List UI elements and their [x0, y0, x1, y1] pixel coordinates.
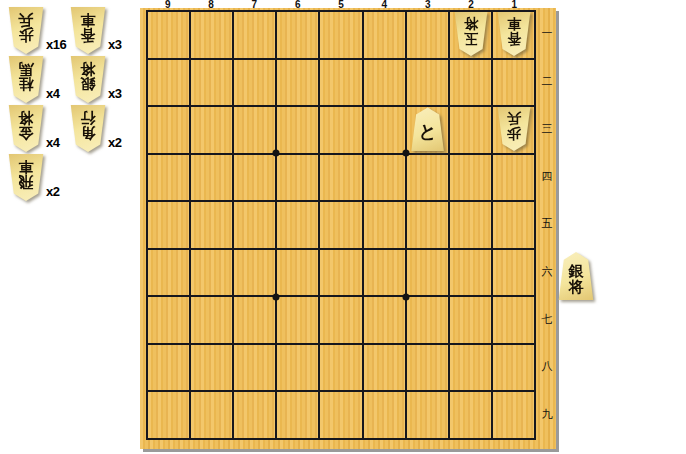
board-cell[interactable]	[407, 202, 448, 248]
hand-count-gold: x4	[46, 135, 59, 150]
captured-pieces-panel: 歩 兵x16香 車x3桂 馬x4銀 将x3金 将x4角 行x2飛 車x2	[8, 5, 140, 201]
board-cell[interactable]	[407, 107, 448, 153]
board-cell[interactable]	[148, 297, 189, 343]
board-cell[interactable]	[191, 12, 232, 58]
board-cell[interactable]	[234, 392, 275, 438]
board-cell[interactable]	[364, 60, 405, 106]
hand-entry-pawn[interactable]: 歩 兵x16	[8, 5, 70, 54]
piece-kanji: 銀 将	[569, 263, 584, 295]
board-cell[interactable]	[450, 202, 491, 248]
board-cell[interactable]	[191, 60, 232, 106]
board-cell[interactable]	[493, 12, 534, 58]
board-cell[interactable]	[148, 107, 189, 153]
board-cell[interactable]	[148, 202, 189, 248]
board-cell[interactable]	[234, 155, 275, 201]
board-cell[interactable]	[320, 202, 361, 248]
board-cell[interactable]	[191, 107, 232, 153]
board-cell[interactable]	[407, 60, 448, 106]
board-cell[interactable]	[450, 60, 491, 106]
piece-kanji: 銀 将	[81, 62, 96, 92]
board-cell[interactable]	[234, 60, 275, 106]
hand-entry-knight[interactable]: 桂 馬x4	[8, 54, 70, 103]
board-cell[interactable]	[320, 155, 361, 201]
board-cell[interactable]	[364, 12, 405, 58]
piece-kanji: 飛 車	[19, 160, 34, 190]
hand-count-rook: x2	[46, 184, 59, 199]
board-cell[interactable]	[234, 250, 275, 296]
board-cell[interactable]	[450, 250, 491, 296]
board-cell[interactable]	[277, 60, 318, 106]
board-cell[interactable]	[277, 202, 318, 248]
board-cell[interactable]	[191, 345, 232, 391]
rank-labels: 一二三四五六七八九	[538, 10, 556, 438]
board-cell[interactable]	[320, 12, 361, 58]
board-cell[interactable]	[191, 392, 232, 438]
board-cell[interactable]	[364, 392, 405, 438]
board-cell[interactable]	[450, 392, 491, 438]
board-cell[interactable]	[277, 297, 318, 343]
hand-piece-lance: 香 車	[70, 7, 106, 54]
hand-entry-lance[interactable]: 香 車x3	[70, 5, 132, 54]
board-cell[interactable]	[364, 107, 405, 153]
piece-kanji: 桂 馬	[19, 62, 34, 92]
board-cell[interactable]	[277, 12, 318, 58]
hand-piece-knight: 桂 馬	[8, 56, 44, 103]
board-cell[interactable]	[364, 250, 405, 296]
hand-entry-bishop[interactable]: 角 行x2	[70, 103, 132, 152]
knight-piece: 桂 馬	[8, 56, 44, 103]
hand-piece-pawn: 歩 兵	[8, 7, 44, 54]
board-cell[interactable]	[148, 392, 189, 438]
board-cell[interactable]	[364, 297, 405, 343]
board-cell[interactable]	[320, 392, 361, 438]
board-cell[interactable]	[493, 60, 534, 106]
board-cell[interactable]	[450, 345, 491, 391]
board-cell[interactable]	[364, 345, 405, 391]
board-cell[interactable]	[450, 155, 491, 201]
silver-general-piece: 銀 将	[558, 252, 594, 300]
board-cell[interactable]	[407, 297, 448, 343]
hand-count-knight: x4	[46, 86, 59, 101]
hand-count-lance: x3	[108, 37, 121, 52]
board-cell[interactable]	[364, 202, 405, 248]
board-cell[interactable]	[234, 345, 275, 391]
shogi-board: 玉 将香 車歩 兵と	[140, 8, 556, 449]
board-cell[interactable]	[234, 107, 275, 153]
hand-count-bishop: x2	[108, 135, 121, 150]
board-cell[interactable]	[191, 202, 232, 248]
rank-label: 三	[538, 105, 556, 153]
rook-piece: 飛 車	[8, 154, 44, 201]
board-cell[interactable]	[277, 392, 318, 438]
piece-kanji: 香 車	[81, 13, 96, 43]
rank-label: 五	[538, 200, 556, 248]
board-cell[interactable]	[277, 345, 318, 391]
board-cell[interactable]	[450, 12, 491, 58]
board-cell[interactable]	[234, 12, 275, 58]
hand-piece-gold: 金 将	[8, 105, 44, 152]
board-cell[interactable]	[191, 250, 232, 296]
board-cell[interactable]	[364, 155, 405, 201]
gold-piece: 金 将	[8, 105, 44, 152]
board-cell[interactable]	[450, 297, 491, 343]
board-cell[interactable]	[148, 12, 189, 58]
piece-kanji: 金 将	[19, 111, 34, 141]
board-cell[interactable]	[148, 345, 189, 391]
board-cell[interactable]	[320, 60, 361, 106]
board-cell[interactable]	[493, 392, 534, 438]
hand-count-pawn: x16	[46, 37, 66, 52]
board-cell[interactable]	[234, 202, 275, 248]
board-cell[interactable]	[148, 155, 189, 201]
bishop-piece: 角 行	[70, 105, 106, 152]
board-cell[interactable]	[148, 250, 189, 296]
board-cell[interactable]	[493, 297, 534, 343]
board-cell[interactable]	[493, 107, 534, 153]
board-cell[interactable]	[407, 392, 448, 438]
board-cell[interactable]	[277, 107, 318, 153]
board-cell[interactable]	[320, 250, 361, 296]
board-cell[interactable]	[493, 345, 534, 391]
board-cell[interactable]	[148, 60, 189, 106]
board-cell[interactable]	[493, 250, 534, 296]
rank-label: 七	[538, 295, 556, 343]
board-cell[interactable]	[493, 202, 534, 248]
board-cell[interactable]	[407, 250, 448, 296]
hand-count-silver: x3	[108, 86, 121, 101]
board-cell[interactable]	[277, 155, 318, 201]
lance-piece: 香 車	[70, 7, 106, 54]
piece-kanji: 角 行	[81, 111, 96, 141]
board-cell[interactable]	[277, 250, 318, 296]
board-cell[interactable]	[191, 297, 232, 343]
rank-label: 四	[538, 153, 556, 201]
hand-entry-rook[interactable]: 飛 車x2	[8, 152, 70, 201]
hand-piece-rook: 飛 車	[8, 154, 44, 201]
rank-label: 八	[538, 343, 556, 391]
board-cell[interactable]	[450, 107, 491, 153]
board-cell[interactable]	[320, 107, 361, 153]
board-cell[interactable]	[407, 155, 448, 201]
hand-entry-gold[interactable]: 金 将x4	[8, 103, 70, 152]
rank-label: 一	[538, 10, 556, 58]
rank-label: 九	[538, 390, 556, 438]
board-cell[interactable]	[493, 155, 534, 201]
board-cell[interactable]	[191, 155, 232, 201]
board-cell[interactable]	[234, 297, 275, 343]
hand-entry-silver[interactable]: 銀 将x3	[70, 54, 132, 103]
sente-hand-piece[interactable]: 銀 将	[558, 252, 594, 300]
silver-piece: 銀 将	[70, 56, 106, 103]
board-cell[interactable]	[320, 297, 361, 343]
rank-label: 二	[538, 58, 556, 106]
rank-label: 六	[538, 248, 556, 296]
board-cell[interactable]	[407, 12, 448, 58]
hand-piece-silver: 銀 将	[70, 56, 106, 103]
board-grid	[146, 10, 536, 440]
pawn-piece: 歩 兵	[8, 7, 44, 54]
board-cell[interactable]	[407, 345, 448, 391]
hand-piece-bishop: 角 行	[70, 105, 106, 152]
board-cell[interactable]	[320, 345, 361, 391]
piece-kanji: 歩 兵	[19, 13, 34, 43]
